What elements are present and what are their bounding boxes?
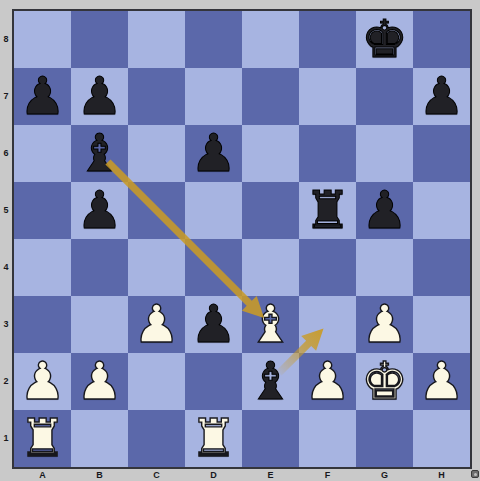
square-e5[interactable] <box>242 182 299 239</box>
rank-label-1: 1 <box>0 433 12 444</box>
file-label-c: C <box>147 470 167 481</box>
square-h3[interactable] <box>413 296 470 353</box>
file-label-g: G <box>375 470 395 481</box>
square-h8[interactable] <box>413 11 470 68</box>
board-options-icon[interactable] <box>471 470 479 478</box>
square-g1[interactable] <box>356 410 413 467</box>
square-h1[interactable] <box>413 410 470 467</box>
rank-label-7: 7 <box>0 91 12 102</box>
square-e6[interactable] <box>242 125 299 182</box>
file-label-h: H <box>432 470 452 481</box>
square-f5[interactable]: ♜ <box>299 182 356 239</box>
piece-white-rook[interactable]: ♜ <box>190 412 237 464</box>
piece-white-bishop[interactable]: ♝ <box>247 298 294 350</box>
piece-white-pawn[interactable]: ♟ <box>133 298 180 350</box>
square-g5[interactable]: ♟ <box>356 182 413 239</box>
square-b6[interactable]: ♝ <box>71 125 128 182</box>
square-d1[interactable]: ♜ <box>185 410 242 467</box>
square-a5[interactable] <box>14 182 71 239</box>
options-dot-icon <box>474 473 477 476</box>
square-c1[interactable] <box>128 410 185 467</box>
square-a6[interactable] <box>14 125 71 182</box>
file-label-d: D <box>204 470 224 481</box>
piece-black-pawn[interactable]: ♟ <box>190 127 237 179</box>
square-f1[interactable] <box>299 410 356 467</box>
square-c2[interactable] <box>128 353 185 410</box>
square-f7[interactable] <box>299 68 356 125</box>
square-g7[interactable] <box>356 68 413 125</box>
square-a8[interactable] <box>14 11 71 68</box>
rank-label-6: 6 <box>0 148 12 159</box>
square-d2[interactable] <box>185 353 242 410</box>
piece-white-rook[interactable]: ♜ <box>19 412 66 464</box>
piece-black-pawn[interactable]: ♟ <box>76 184 123 236</box>
square-d7[interactable] <box>185 68 242 125</box>
square-c6[interactable] <box>128 125 185 182</box>
square-d5[interactable] <box>185 182 242 239</box>
square-f2[interactable]: ♟ <box>299 353 356 410</box>
square-g8[interactable]: ♚ <box>356 11 413 68</box>
rank-label-8: 8 <box>0 34 12 45</box>
square-a4[interactable] <box>14 239 71 296</box>
square-g4[interactable] <box>356 239 413 296</box>
square-c5[interactable] <box>128 182 185 239</box>
piece-black-pawn[interactable]: ♟ <box>418 70 465 122</box>
piece-white-pawn[interactable]: ♟ <box>418 355 465 407</box>
square-c3[interactable]: ♟ <box>128 296 185 353</box>
piece-white-king[interactable]: ♚ <box>361 355 408 407</box>
file-label-f: F <box>318 470 338 481</box>
square-f6[interactable] <box>299 125 356 182</box>
rank-label-5: 5 <box>0 205 12 216</box>
square-d3[interactable]: ♟ <box>185 296 242 353</box>
square-b7[interactable]: ♟ <box>71 68 128 125</box>
square-f8[interactable] <box>299 11 356 68</box>
square-a3[interactable] <box>14 296 71 353</box>
square-f4[interactable] <box>299 239 356 296</box>
rank-label-4: 4 <box>0 262 12 273</box>
piece-black-bishop[interactable]: ♝ <box>247 355 294 407</box>
square-d8[interactable] <box>185 11 242 68</box>
square-c7[interactable] <box>128 68 185 125</box>
square-c8[interactable] <box>128 11 185 68</box>
piece-black-bishop[interactable]: ♝ <box>76 127 123 179</box>
square-g6[interactable] <box>356 125 413 182</box>
square-e1[interactable] <box>242 410 299 467</box>
piece-black-rook[interactable]: ♜ <box>304 184 351 236</box>
piece-white-pawn[interactable]: ♟ <box>76 355 123 407</box>
square-a7[interactable]: ♟ <box>14 68 71 125</box>
piece-black-pawn[interactable]: ♟ <box>361 184 408 236</box>
piece-black-king[interactable]: ♚ <box>361 13 408 65</box>
square-b3[interactable] <box>71 296 128 353</box>
square-g3[interactable]: ♟ <box>356 296 413 353</box>
square-d6[interactable]: ♟ <box>185 125 242 182</box>
chess-board: ♚♟♟♟♝♟♟♜♟♟♟♝♟♟♟♝♟♚♟♜♜ <box>14 11 470 467</box>
square-h4[interactable] <box>413 239 470 296</box>
chessboard-frame: 87654321 ABCDEFGH ♚♟♟♟♝♟♟♜♟♟♟♝♟♟♟♝♟♚♟♜♜ <box>0 0 480 481</box>
square-g2[interactable]: ♚ <box>356 353 413 410</box>
square-e4[interactable] <box>242 239 299 296</box>
square-h5[interactable] <box>413 182 470 239</box>
square-b2[interactable]: ♟ <box>71 353 128 410</box>
square-b1[interactable] <box>71 410 128 467</box>
piece-black-pawn[interactable]: ♟ <box>190 298 237 350</box>
file-label-e: E <box>261 470 281 481</box>
piece-white-pawn[interactable]: ♟ <box>304 355 351 407</box>
square-a2[interactable]: ♟ <box>14 353 71 410</box>
square-h2[interactable]: ♟ <box>413 353 470 410</box>
square-f3[interactable] <box>299 296 356 353</box>
rank-label-2: 2 <box>0 376 12 387</box>
square-e3[interactable]: ♝ <box>242 296 299 353</box>
square-e8[interactable] <box>242 11 299 68</box>
square-e2[interactable]: ♝ <box>242 353 299 410</box>
board-frame: ♚♟♟♟♝♟♟♜♟♟♟♝♟♟♟♝♟♚♟♜♜ <box>12 9 472 469</box>
file-label-a: A <box>33 470 53 481</box>
square-h6[interactable] <box>413 125 470 182</box>
square-a1[interactable]: ♜ <box>14 410 71 467</box>
piece-white-pawn[interactable]: ♟ <box>19 355 66 407</box>
square-c4[interactable] <box>128 239 185 296</box>
piece-black-pawn[interactable]: ♟ <box>76 70 123 122</box>
rank-label-3: 3 <box>0 319 12 330</box>
square-b8[interactable] <box>71 11 128 68</box>
square-e7[interactable] <box>242 68 299 125</box>
piece-white-pawn[interactable]: ♟ <box>361 298 408 350</box>
piece-black-pawn[interactable]: ♟ <box>19 70 66 122</box>
square-d4[interactable] <box>185 239 242 296</box>
square-b4[interactable] <box>71 239 128 296</box>
file-label-b: B <box>90 470 110 481</box>
square-h7[interactable]: ♟ <box>413 68 470 125</box>
square-b5[interactable]: ♟ <box>71 182 128 239</box>
